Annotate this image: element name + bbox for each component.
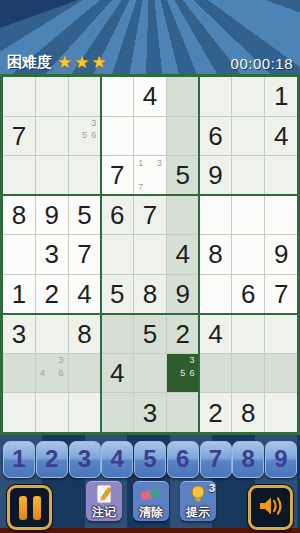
cell-r6c2[interactable]: 2: [36, 275, 68, 314]
cell-r6c6[interactable]: 9: [167, 275, 199, 314]
cell-digit: 3: [143, 400, 157, 426]
star-icon: ★: [92, 54, 107, 71]
cell-r5c2[interactable]: 3: [36, 235, 68, 274]
cell-r6c5[interactable]: 8: [134, 275, 166, 314]
header-bar: 困难度 ★★★ 00:00:18: [0, 53, 300, 72]
pencil-marks: 356: [167, 354, 199, 393]
cell-r4c5[interactable]: 7: [134, 196, 166, 235]
cell-digit: 4: [110, 360, 124, 386]
cell-digit: 6: [110, 202, 124, 228]
cell-r4c7[interactable]: [200, 196, 232, 235]
cell-digit: 9: [44, 202, 58, 228]
cell-r9c1[interactable]: [3, 393, 35, 432]
cell-digit: 5: [110, 281, 124, 307]
pencil-marks: 356: [69, 117, 101, 156]
eraser-icon: [138, 483, 164, 505]
lightbulb-icon: [189, 483, 207, 505]
cell-digit: 4: [77, 281, 91, 307]
cell-r4c6[interactable]: [167, 196, 199, 235]
cell-digit: 2: [44, 281, 58, 307]
cell-r6c8[interactable]: 6: [232, 275, 264, 314]
cell-r2c9[interactable]: 4: [265, 117, 297, 156]
cell-r5c3[interactable]: 7: [69, 235, 101, 274]
cell-r1c7[interactable]: [200, 77, 232, 116]
cell-r9c4[interactable]: [101, 393, 133, 432]
cell-digit: 8: [12, 202, 26, 228]
cell-r9c2[interactable]: [36, 393, 68, 432]
cell-r2c1[interactable]: 7: [3, 117, 35, 156]
cell-r4c2[interactable]: 9: [36, 196, 68, 235]
sound-button[interactable]: [248, 485, 293, 530]
cell-digit: 7: [12, 123, 26, 149]
cell-digit: 9: [274, 241, 288, 267]
pause-icon: [19, 496, 41, 520]
cell-r8c7[interactable]: [200, 354, 232, 393]
number-button-5[interactable]: 5: [134, 441, 166, 478]
cell-r9c6[interactable]: [167, 393, 199, 432]
number-pad: 123456789: [0, 441, 300, 478]
number-button-8[interactable]: 8: [232, 441, 264, 478]
cell-r2c7[interactable]: 6: [200, 117, 232, 156]
note-button[interactable]: 注记: [86, 481, 122, 521]
cell-r4c1[interactable]: 8: [3, 196, 35, 235]
corner-shade: [0, 0, 78, 28]
number-button-7[interactable]: 7: [200, 441, 232, 478]
cell-r7c4[interactable]: [101, 314, 133, 353]
cell-digit: 8: [143, 281, 157, 307]
cell-digit: 1: [12, 281, 26, 307]
cell-r1c1[interactable]: [3, 77, 35, 116]
hint-count-badge: 3: [209, 482, 215, 494]
number-button-3[interactable]: 3: [69, 441, 101, 478]
star-icon: ★: [57, 54, 72, 71]
cell-digit: 5: [176, 162, 190, 188]
cell-r2c2[interactable]: [36, 117, 68, 156]
cell-digit: 8: [208, 241, 222, 267]
cell-r6c1[interactable]: 1: [3, 275, 35, 314]
note-label: 注记: [92, 505, 116, 519]
cell-r5c8[interactable]: [232, 235, 264, 274]
cell-r7c5[interactable]: 5: [134, 314, 166, 353]
cell-r2c5[interactable]: [134, 117, 166, 156]
cell-r9c9[interactable]: [265, 393, 297, 432]
cell-r6c3[interactable]: 4: [69, 275, 101, 314]
number-button-6[interactable]: 6: [167, 441, 199, 478]
cell-digit: 7: [77, 241, 91, 267]
cell-r8c6[interactable]: 356: [167, 354, 199, 393]
cell-digit: 7: [274, 281, 288, 307]
cell-r8c8[interactable]: [232, 354, 264, 393]
cell-r1c3[interactable]: [69, 77, 101, 116]
cell-r3c2[interactable]: [36, 156, 68, 195]
cell-digit: 5: [77, 202, 91, 228]
cell-r3c8[interactable]: [232, 156, 264, 195]
cell-digit: 9: [176, 281, 190, 307]
cell-r3c4[interactable]: 7: [101, 156, 133, 195]
hint-label: 提示: [186, 505, 210, 519]
header: 困难度 ★★★ 00:00:18: [0, 0, 300, 74]
cell-r9c7[interactable]: 2: [200, 393, 232, 432]
cell-r7c6[interactable]: 2: [167, 314, 199, 353]
box-divider-horizontal: [3, 194, 297, 196]
cell-r8c2[interactable]: 346: [36, 354, 68, 393]
cell-r2c8[interactable]: [232, 117, 264, 156]
cell-r7c3[interactable]: 8: [69, 314, 101, 353]
cell-digit: 6: [208, 123, 222, 149]
cell-r3c6[interactable]: 5: [167, 156, 199, 195]
cell-r8c5[interactable]: [134, 354, 166, 393]
cell-digit: 7: [143, 202, 157, 228]
cell-r3c5[interactable]: 137: [134, 156, 166, 195]
cell-r7c2[interactable]: [36, 314, 68, 353]
cell-r8c9[interactable]: [265, 354, 297, 393]
cell-digit: 8: [77, 321, 91, 347]
cell-r2c3[interactable]: 356: [69, 117, 101, 156]
cell-r4c8[interactable]: [232, 196, 264, 235]
cell-r1c2[interactable]: [36, 77, 68, 116]
cell-r2c6[interactable]: [167, 117, 199, 156]
cell-r6c4[interactable]: 5: [101, 275, 133, 314]
cell-r4c3[interactable]: 5: [69, 196, 101, 235]
cell-r7c9[interactable]: [265, 314, 297, 353]
difficulty-label: 困难度: [7, 53, 52, 72]
cell-r5c5[interactable]: [134, 235, 166, 274]
hint-button[interactable]: 3 提示: [180, 481, 216, 521]
cell-r2c4[interactable]: [101, 117, 133, 156]
box-divider-vertical: [198, 77, 200, 432]
pencil-note-icon: [93, 483, 115, 505]
cell-r1c6[interactable]: [167, 77, 199, 116]
cell-digit: 4: [143, 83, 157, 109]
cell-r4c4[interactable]: 6: [101, 196, 133, 235]
cell-r6c9[interactable]: 7: [265, 275, 297, 314]
cell-r8c3[interactable]: [69, 354, 101, 393]
cell-digit: 1: [274, 83, 288, 109]
cell-r7c8[interactable]: [232, 314, 264, 353]
cell-r9c3[interactable]: [69, 393, 101, 432]
pencil-marks: 137: [134, 156, 166, 195]
cell-r1c9[interactable]: 1: [265, 77, 297, 116]
cell-r1c8[interactable]: [232, 77, 264, 116]
cell-r1c4[interactable]: [101, 77, 133, 116]
cell-r3c3[interactable]: [69, 156, 101, 195]
timer: 00:00:18: [231, 55, 293, 72]
cell-digit: 9: [208, 162, 222, 188]
cell-r3c1[interactable]: [3, 156, 35, 195]
pencil-marks: 346: [36, 354, 68, 393]
clear-button[interactable]: 清除: [133, 481, 169, 521]
cell-r1c5[interactable]: 4: [134, 77, 166, 116]
cell-r9c8[interactable]: 8: [232, 393, 264, 432]
cell-r5c1[interactable]: [3, 235, 35, 274]
cell-r7c7[interactable]: 4: [200, 314, 232, 353]
box-divider-vertical: [100, 77, 102, 432]
sudoku-board: 4173566471375989567374891245896738524346…: [0, 74, 300, 435]
cell-digit: 2: [208, 400, 222, 426]
star-icon: ★: [74, 54, 89, 71]
cell-r5c7[interactable]: 8: [200, 235, 232, 274]
cell-r5c9[interactable]: 9: [265, 235, 297, 274]
cell-r6c7[interactable]: [200, 275, 232, 314]
cell-r3c7[interactable]: 9: [200, 156, 232, 195]
cell-r4c9[interactable]: [265, 196, 297, 235]
cell-digit: 5: [143, 321, 157, 347]
cell-r9c5[interactable]: 3: [134, 393, 166, 432]
box-divider-horizontal: [3, 313, 297, 315]
cell-digit: 3: [12, 321, 26, 347]
cell-r8c1[interactable]: [3, 354, 35, 393]
cell-r7c1[interactable]: 3: [3, 314, 35, 353]
cell-digit: 8: [241, 400, 255, 426]
cell-digit: 2: [176, 321, 190, 347]
cell-digit: 3: [44, 241, 58, 267]
number-button-2[interactable]: 2: [36, 441, 68, 478]
cell-r3c9[interactable]: [265, 156, 297, 195]
cell-r5c4[interactable]: [101, 235, 133, 274]
number-button-4[interactable]: 4: [101, 441, 133, 478]
cell-digit: 4: [208, 321, 222, 347]
number-button-9[interactable]: 9: [265, 441, 297, 478]
speaker-icon: [258, 495, 284, 521]
cell-digit: 4: [274, 123, 288, 149]
difficulty-stars: ★★★: [57, 54, 107, 71]
bottom-panel: 123456789 注记: [0, 435, 300, 533]
number-button-1[interactable]: 1: [3, 441, 35, 478]
cell-digit: 6: [241, 281, 255, 307]
cell-r8c4[interactable]: 4: [101, 354, 133, 393]
pause-button[interactable]: [7, 485, 52, 530]
sudoku-app: 困难度 ★★★ 00:00:18 41735664713759895673748…: [0, 0, 300, 533]
cell-digit: 4: [176, 241, 190, 267]
difficulty: 困难度 ★★★: [7, 53, 107, 72]
cell-r5c6[interactable]: 4: [167, 235, 199, 274]
clear-label: 清除: [139, 505, 163, 519]
cell-digit: 7: [110, 162, 124, 188]
